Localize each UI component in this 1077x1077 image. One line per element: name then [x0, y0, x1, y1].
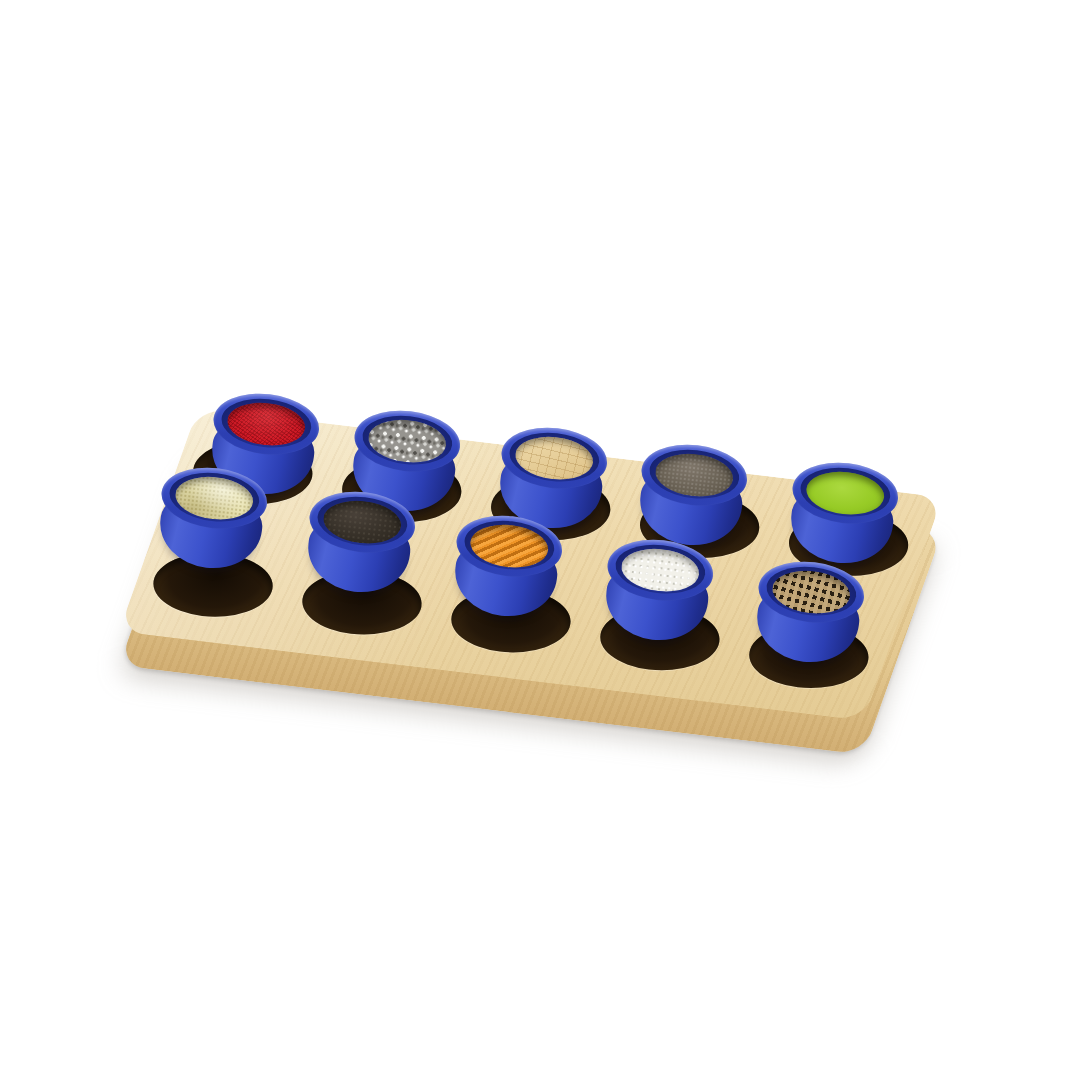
product-photo-scene — [0, 0, 1077, 1077]
texture-cup-black-felt[interactable] — [302, 486, 419, 597]
cups-layer — [0, 0, 1077, 1077]
texture-cup-brown-burlap[interactable] — [751, 556, 868, 667]
texture-cup-orange-corduroy[interactable] — [449, 510, 566, 621]
texture-cup-grey-sandpaper[interactable] — [634, 439, 751, 550]
texture-cup-green-felt[interactable] — [785, 457, 902, 568]
texture-cup-white-mesh[interactable] — [600, 534, 717, 645]
texture-cup-yellow-sponge[interactable] — [154, 462, 271, 573]
